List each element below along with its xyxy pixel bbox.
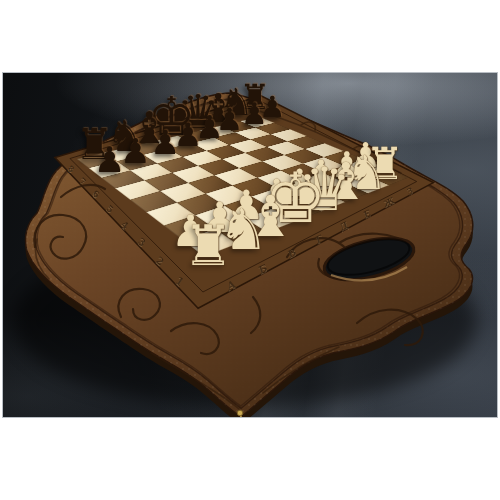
piece-black-pawn-f7[interactable]: ♟	[150, 126, 180, 159]
piece-white-rook-h1[interactable]: ♜	[183, 218, 233, 274]
scene-photo: ♜♞♝♛♚♝♞♜♟♟♟♟♟♟♟♟♟♟♟♟♟♟♟♟♜♞♝♛♚♝♞♜ 8765432…	[2, 72, 498, 418]
piece-layer: ♜♞♝♛♚♝♞♜♟♟♟♟♟♟♟♟♟♟♟♟♟♟♟♟♜♞♝♛♚♝♞♜	[3, 73, 497, 417]
piece-black-pawn-h7[interactable]: ♟	[94, 142, 126, 177]
piece-black-pawn-b7[interactable]: ♟	[241, 99, 268, 129]
product-photo-page: ♜♞♝♛♚♝♞♜♟♟♟♟♟♟♟♟♟♟♟♟♟♟♟♟♜♞♝♛♚♝♞♜ 8765432…	[0, 0, 500, 500]
